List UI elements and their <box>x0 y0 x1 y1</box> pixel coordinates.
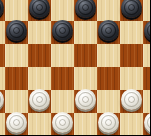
board-square[interactable] <box>28 67 51 90</box>
board-square[interactable] <box>143 90 151 113</box>
piece-ring-inner <box>13 119 20 126</box>
black-piece[interactable] <box>6 20 27 41</box>
black-piece[interactable] <box>29 0 50 18</box>
board-square[interactable] <box>28 0 51 21</box>
black-piece[interactable] <box>98 20 119 41</box>
board-square[interactable] <box>120 67 143 90</box>
board-square[interactable] <box>120 0 143 21</box>
board-square[interactable] <box>28 90 51 113</box>
board-square[interactable] <box>5 44 28 67</box>
black-piece[interactable] <box>121 0 142 18</box>
board-square[interactable] <box>120 21 143 44</box>
black-piece[interactable] <box>75 0 96 18</box>
board-square[interactable] <box>5 0 28 21</box>
piece-ring-inner <box>82 4 89 11</box>
board-square[interactable] <box>74 44 97 67</box>
board-square[interactable] <box>143 67 151 90</box>
piece-ring-inner <box>128 96 135 103</box>
board-square[interactable] <box>51 21 74 44</box>
board-square[interactable] <box>74 90 97 113</box>
piece-ring-inner <box>105 27 112 34</box>
checkers-board <box>0 0 150 135</box>
piece-ring-inner <box>59 27 66 34</box>
piece-ring-inner <box>105 119 112 126</box>
board-square[interactable] <box>28 21 51 44</box>
white-piece[interactable] <box>144 112 151 133</box>
board-square[interactable] <box>97 0 120 21</box>
board-square[interactable] <box>51 0 74 21</box>
checkers-game-viewport <box>0 0 150 135</box>
board-square[interactable] <box>97 44 120 67</box>
board-square[interactable] <box>28 44 51 67</box>
white-piece[interactable] <box>121 135 142 136</box>
piece-ring-inner <box>82 96 89 103</box>
board-square[interactable] <box>120 44 143 67</box>
piece-ring-inner <box>36 96 43 103</box>
board-square[interactable] <box>5 113 28 136</box>
board-square[interactable] <box>51 90 74 113</box>
white-piece[interactable] <box>6 112 27 133</box>
black-piece[interactable] <box>52 20 73 41</box>
board-square[interactable] <box>28 113 51 136</box>
white-piece[interactable] <box>29 135 50 136</box>
piece-ring-inner <box>59 119 66 126</box>
board-square[interactable] <box>97 90 120 113</box>
board-square[interactable] <box>74 21 97 44</box>
board-square[interactable] <box>51 44 74 67</box>
white-piece[interactable] <box>0 135 4 136</box>
white-piece[interactable] <box>52 112 73 133</box>
board-square[interactable] <box>74 113 97 136</box>
board-square[interactable] <box>5 67 28 90</box>
white-piece[interactable] <box>98 112 119 133</box>
board-square[interactable] <box>97 21 120 44</box>
board-square[interactable] <box>5 21 28 44</box>
board-square[interactable] <box>74 67 97 90</box>
board-square[interactable] <box>51 113 74 136</box>
black-piece[interactable] <box>144 20 151 41</box>
board-square[interactable] <box>143 44 151 67</box>
board-square[interactable] <box>120 90 143 113</box>
piece-ring-inner <box>128 4 135 11</box>
board-square[interactable] <box>143 0 151 21</box>
board-square[interactable] <box>74 0 97 21</box>
board-square[interactable] <box>97 113 120 136</box>
board-square[interactable] <box>97 67 120 90</box>
board-square[interactable] <box>5 90 28 113</box>
white-piece[interactable] <box>75 135 96 136</box>
piece-ring-inner <box>36 4 43 11</box>
black-piece[interactable] <box>0 0 4 18</box>
board-square[interactable] <box>120 113 143 136</box>
piece-ring-inner <box>13 27 20 34</box>
board-square[interactable] <box>51 67 74 90</box>
board-square[interactable] <box>143 21 151 44</box>
white-piece[interactable] <box>0 89 4 110</box>
white-piece[interactable] <box>29 89 50 110</box>
white-piece[interactable] <box>121 89 142 110</box>
white-piece[interactable] <box>75 89 96 110</box>
board-square[interactable] <box>143 113 151 136</box>
